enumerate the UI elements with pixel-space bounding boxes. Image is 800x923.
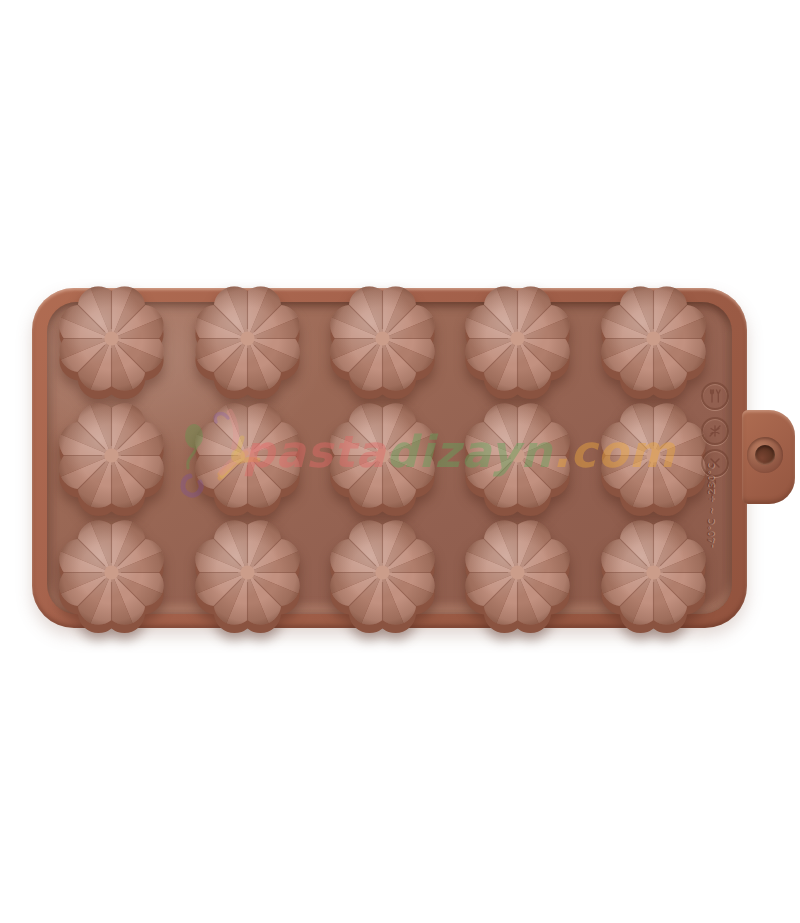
cavity-cell (55, 282, 168, 399)
cavity-cell (326, 399, 439, 516)
flower-cavity (55, 399, 168, 512)
hang-hole-inner (755, 445, 775, 465)
flower-cavity (461, 399, 574, 512)
flower-cavity (55, 516, 168, 629)
product-photo: -40°C ~ +230°C pastadizayn.com (0, 0, 800, 923)
cavity-cell (326, 282, 439, 399)
flower-cavity (326, 282, 439, 395)
temperature-label: -40°C ~ +230°C (706, 478, 716, 548)
cavity-cell (461, 516, 574, 633)
glass-fork-food-safe-icon (701, 382, 729, 410)
flower-cavity (55, 282, 168, 395)
flower-cavity (597, 399, 710, 512)
crossed-symbol-icon (701, 417, 729, 445)
flower-cavity (326, 399, 439, 512)
flower-cavity (597, 516, 710, 629)
flower-cavity (461, 516, 574, 629)
cavity-cell (597, 282, 710, 399)
flower-cavity (191, 282, 304, 395)
flower-cavity (597, 282, 710, 395)
cavity-cell (597, 399, 710, 516)
flower-cavity (191, 516, 304, 629)
hang-hole (747, 437, 783, 473)
cavity-cell (191, 516, 304, 633)
cavity-cell (55, 516, 168, 633)
flower-cavity (191, 399, 304, 512)
cavity-cell (191, 399, 304, 516)
cavity-cell (597, 516, 710, 633)
cavity-cell (326, 516, 439, 633)
cavity-cell (461, 399, 574, 516)
cavity-grid (44, 282, 721, 628)
cavity-cell (461, 282, 574, 399)
flower-cavity (326, 516, 439, 629)
flower-cavity (461, 282, 574, 395)
cavity-cell (55, 399, 168, 516)
cavity-cell (191, 282, 304, 399)
